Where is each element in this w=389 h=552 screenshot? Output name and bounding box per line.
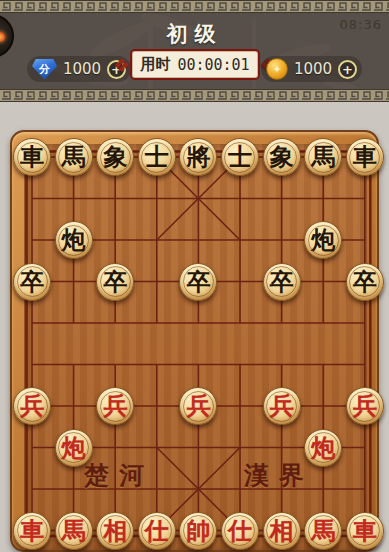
piece-glyph: 馬 <box>311 519 335 543</box>
black-soldier[interactable]: 卒 <box>179 263 217 301</box>
piece-glyph: 仕 <box>228 519 252 543</box>
piece-glyph: 卒 <box>186 270 210 294</box>
coin-icon: ✦ <box>266 58 288 80</box>
piece-glyph: 兵 <box>20 394 44 418</box>
board-cell: 炮 <box>302 219 344 261</box>
score-value: 1000 <box>62 60 102 78</box>
piece-glyph: 兵 <box>270 394 294 418</box>
xiangqi-board: 楚河 漢界 車馬象士將士象馬車炮炮卒卒卒卒卒兵兵兵兵兵炮炮車馬相仕帥仕相馬車 <box>10 130 379 552</box>
piece-glyph: 士 <box>228 145 252 169</box>
red-elephant[interactable]: 相 <box>96 512 134 550</box>
board-cell: 士 <box>136 136 178 178</box>
piece-glyph: 車 <box>20 145 44 169</box>
black-soldier[interactable]: 卒 <box>96 263 134 301</box>
board-cell: 兵 <box>261 385 303 427</box>
board-cell: 車 <box>344 136 386 178</box>
timer-label: 用时 <box>140 55 170 74</box>
red-elephant[interactable]: 相 <box>263 512 301 550</box>
board-cell: 將 <box>178 136 220 178</box>
board-cell: 象 <box>94 136 136 178</box>
piece-glyph: 馬 <box>62 519 86 543</box>
game-screen: 初级 08:36 分 1000 + ❖ 用时 00:00:01 ❖ ✦ 1000… <box>0 0 389 552</box>
gem-icon: 分 <box>32 59 57 80</box>
board-cell: 兵 <box>178 385 220 427</box>
level-title: 初级 <box>0 20 389 48</box>
piece-glyph: 炮 <box>311 228 335 252</box>
piece-grid: 車馬象士將士象馬車炮炮卒卒卒卒卒兵兵兵兵兵炮炮車馬相仕帥仕相馬車 <box>11 136 385 551</box>
add-coins-button[interactable]: + <box>338 60 357 79</box>
piece-glyph: 卒 <box>270 270 294 294</box>
black-soldier[interactable]: 卒 <box>13 263 51 301</box>
piece-glyph: 卒 <box>20 270 44 294</box>
piece-glyph: 象 <box>270 145 294 169</box>
piece-glyph: 馬 <box>62 145 86 169</box>
red-chariot[interactable]: 車 <box>13 512 51 550</box>
black-soldier[interactable]: 卒 <box>346 263 384 301</box>
red-soldier[interactable]: 兵 <box>346 387 384 425</box>
coins-group: ✦ 1000 + <box>261 56 362 82</box>
board-cell: 馬 <box>302 136 344 178</box>
timer-value: 00:00:01 <box>177 56 249 74</box>
header-bar: 初级 08:36 分 1000 + ❖ 用时 00:00:01 ❖ ✦ 1000… <box>0 0 389 102</box>
piece-glyph: 炮 <box>311 436 335 460</box>
timer-ornament-left: ❖ <box>113 52 130 78</box>
black-cannon[interactable]: 炮 <box>55 221 93 259</box>
black-advisor[interactable]: 士 <box>138 138 176 176</box>
red-soldier[interactable]: 兵 <box>179 387 217 425</box>
board-cell: 卒 <box>11 261 53 303</box>
black-general[interactable]: 將 <box>179 138 217 176</box>
board-cell: 仕 <box>136 510 178 552</box>
board-cell: 炮 <box>53 219 95 261</box>
board-cell: 兵 <box>344 385 386 427</box>
red-cannon[interactable]: 炮 <box>304 429 342 467</box>
black-cannon[interactable]: 炮 <box>304 221 342 259</box>
black-horse[interactable]: 馬 <box>304 138 342 176</box>
piece-glyph: 士 <box>145 145 169 169</box>
black-soldier[interactable]: 卒 <box>263 263 301 301</box>
board-cell: 兵 <box>11 385 53 427</box>
board-cell: 車 <box>11 136 53 178</box>
piece-glyph: 將 <box>186 145 210 169</box>
coin-star-icon: ✦ <box>272 63 281 76</box>
board-cell: 相 <box>261 510 303 552</box>
piece-glyph: 象 <box>103 145 127 169</box>
gem-icon-label: 分 <box>39 64 50 75</box>
board-cell: 卒 <box>344 261 386 303</box>
red-soldier[interactable]: 兵 <box>13 387 51 425</box>
black-elephant[interactable]: 象 <box>263 138 301 176</box>
piece-glyph: 相 <box>270 519 294 543</box>
black-advisor[interactable]: 士 <box>221 138 259 176</box>
red-cannon[interactable]: 炮 <box>55 429 93 467</box>
piece-glyph: 兵 <box>186 394 210 418</box>
board-cell: 車 <box>344 510 386 552</box>
board-cell: 炮 <box>302 427 344 469</box>
red-advisor[interactable]: 仕 <box>221 512 259 550</box>
coins-value: 1000 <box>293 60 333 78</box>
piece-glyph: 卒 <box>103 270 127 294</box>
black-chariot[interactable]: 車 <box>13 138 51 176</box>
piece-glyph: 相 <box>103 519 127 543</box>
black-elephant[interactable]: 象 <box>96 138 134 176</box>
board-cell: 馬 <box>53 510 95 552</box>
board-cell: 仕 <box>219 510 261 552</box>
board-cell: 炮 <box>53 427 95 469</box>
red-chariot[interactable]: 車 <box>346 512 384 550</box>
piece-glyph: 車 <box>353 145 377 169</box>
red-advisor[interactable]: 仕 <box>138 512 176 550</box>
red-soldier[interactable]: 兵 <box>96 387 134 425</box>
board-cell: 卒 <box>261 261 303 303</box>
board-cell: 相 <box>94 510 136 552</box>
red-general[interactable]: 帥 <box>179 512 217 550</box>
piece-glyph: 兵 <box>103 394 127 418</box>
piece-glyph: 仕 <box>145 519 169 543</box>
board-cell: 馬 <box>302 510 344 552</box>
meander-border-bottom <box>0 89 389 102</box>
board-cell: 士 <box>219 136 261 178</box>
meander-border-top <box>0 0 389 13</box>
piece-glyph: 炮 <box>62 436 86 460</box>
piece-glyph: 帥 <box>186 519 210 543</box>
piece-glyph: 車 <box>353 519 377 543</box>
red-horse[interactable]: 馬 <box>55 512 93 550</box>
system-clock: 08:36 <box>340 17 382 32</box>
board-cell: 馬 <box>53 136 95 178</box>
red-soldier[interactable]: 兵 <box>263 387 301 425</box>
board-cell: 象 <box>261 136 303 178</box>
piece-glyph: 炮 <box>62 228 86 252</box>
black-chariot[interactable]: 車 <box>346 138 384 176</box>
board-cell: 卒 <box>178 261 220 303</box>
red-horse[interactable]: 馬 <box>304 512 342 550</box>
board-cell: 兵 <box>94 385 136 427</box>
board-cell: 車 <box>11 510 53 552</box>
elapsed-timer: 用时 00:00:01 <box>130 49 260 80</box>
piece-glyph: 馬 <box>311 145 335 169</box>
board-cell: 卒 <box>94 261 136 303</box>
piece-glyph: 卒 <box>353 270 377 294</box>
piece-glyph: 車 <box>20 519 44 543</box>
black-horse[interactable]: 馬 <box>55 138 93 176</box>
piece-glyph: 兵 <box>353 394 377 418</box>
board-cell: 帥 <box>178 510 220 552</box>
